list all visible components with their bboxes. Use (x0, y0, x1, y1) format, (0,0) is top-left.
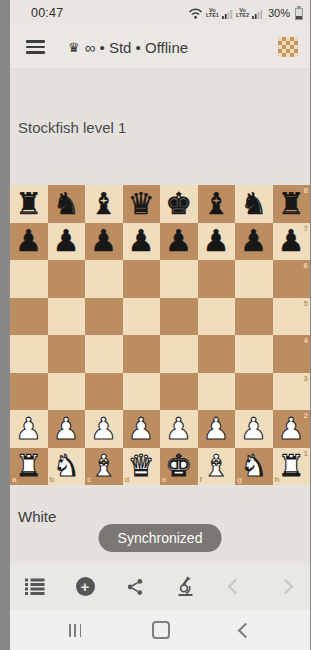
piece-white-rook[interactable]: ♜ (15, 451, 42, 481)
sim1-label: Vo LTE1 (206, 8, 219, 18)
piece-black-queen[interactable]: ♛ (128, 189, 155, 219)
square-d7[interactable]: ♟ (123, 223, 161, 261)
app-toolbar: ♛ ∞ • Std • Offline (10, 26, 310, 69)
piece-white-pawn[interactable]: ♟ (15, 414, 42, 444)
battery-icon (295, 6, 303, 21)
square-d6[interactable] (123, 260, 161, 298)
square-a1[interactable]: a♜ (10, 448, 48, 486)
game-mode-label: ∞ • Std • Offline (85, 39, 188, 56)
square-c4[interactable] (85, 335, 123, 373)
piece-white-bishop[interactable]: ♝ (203, 451, 230, 481)
file-label-h: h (275, 476, 280, 484)
square-g6[interactable] (235, 260, 273, 298)
phone-screen: 00:47 Vo LTE1 Vo LTE2 30% (10, 0, 310, 650)
square-a4[interactable] (10, 335, 48, 373)
square-f6[interactable] (198, 260, 236, 298)
square-f1[interactable]: f♝ (198, 448, 236, 486)
piece-black-pawn[interactable]: ♟ (278, 226, 305, 256)
back-move-button (210, 563, 260, 610)
square-a3[interactable] (10, 373, 48, 411)
rank-label-6: 6 (304, 262, 308, 270)
square-e2[interactable]: ♟ (160, 410, 198, 448)
square-f3[interactable] (198, 373, 236, 411)
analysis-button[interactable] (160, 563, 210, 610)
chess-board[interactable]: ♜♞♝♛♚♝♞8♜♟♟♟♟♟♟♟7♟6543♟♟♟♟♟♟♟2♟a♜b♞c♝d♛e… (10, 185, 310, 485)
piece-black-bishop[interactable]: ♝ (90, 189, 117, 219)
square-e1[interactable]: e♚ (160, 448, 198, 486)
piece-white-pawn[interactable]: ♟ (203, 414, 230, 444)
board-theme-icon[interactable] (278, 37, 298, 57)
back-chevron-icon (227, 579, 243, 595)
square-f4[interactable] (198, 335, 236, 373)
file-label-f: f (200, 476, 203, 484)
square-b1[interactable]: b♞ (48, 448, 86, 486)
square-g1[interactable]: g♞ (235, 448, 273, 486)
piece-white-queen[interactable]: ♛ (128, 451, 155, 481)
square-b7[interactable]: ♟ (48, 223, 86, 261)
square-c2[interactable]: ♟ (85, 410, 123, 448)
piece-black-bishop[interactable]: ♝ (203, 189, 230, 219)
square-f7[interactable]: ♟ (198, 223, 236, 261)
piece-white-pawn[interactable]: ♟ (53, 414, 80, 444)
square-e3[interactable] (160, 373, 198, 411)
square-b3[interactable] (48, 373, 86, 411)
piece-black-rook[interactable]: ♜ (15, 189, 42, 219)
square-d5[interactable] (123, 298, 161, 336)
game-action-bar: + (10, 563, 310, 610)
crown-icon: ♛ (68, 41, 80, 54)
square-b5[interactable] (48, 298, 86, 336)
square-d1[interactable]: d♛ (123, 448, 161, 486)
square-g2[interactable]: ♟ (235, 410, 273, 448)
square-c3[interactable] (85, 373, 123, 411)
piece-white-pawn[interactable]: ♟ (128, 414, 155, 444)
forward-move-button (260, 563, 310, 610)
file-label-b: b (50, 476, 55, 484)
square-g5[interactable] (235, 298, 273, 336)
square-d8[interactable]: ♛ (123, 185, 161, 223)
piece-black-knight[interactable]: ♞ (240, 189, 267, 219)
sim2-label: Vo LTE2 (236, 8, 249, 18)
piece-black-rook[interactable]: ♜ (278, 189, 305, 219)
square-h4[interactable]: 4 (273, 335, 311, 373)
square-h7[interactable]: 7♟ (273, 223, 311, 261)
plus-icon: + (76, 577, 95, 596)
piece-white-knight[interactable]: ♞ (53, 451, 80, 481)
piece-black-knight[interactable]: ♞ (53, 189, 80, 219)
wifi-icon (188, 7, 203, 19)
recents-icon[interactable] (69, 624, 81, 637)
square-h3[interactable]: 3 (273, 373, 311, 411)
file-label-g: g (237, 476, 242, 484)
square-g8[interactable]: ♞ (235, 185, 273, 223)
share-button[interactable] (110, 563, 160, 610)
square-a2[interactable]: ♟ (10, 410, 48, 448)
rank-label-5: 5 (304, 300, 308, 308)
piece-black-pawn[interactable]: ♟ (240, 226, 267, 256)
square-a8[interactable]: ♜ (10, 185, 48, 223)
game-info-title: ♛ ∞ • Std • Offline (68, 39, 188, 56)
piece-white-pawn[interactable]: ♟ (240, 414, 267, 444)
piece-white-pawn[interactable]: ♟ (278, 414, 305, 444)
sync-status-badge: Synchronized (99, 524, 222, 552)
rank-label-2: 2 (304, 412, 308, 420)
square-e7[interactable]: ♟ (160, 223, 198, 261)
piece-white-king[interactable]: ♚ (165, 451, 192, 481)
square-c5[interactable] (85, 298, 123, 336)
opponent-name: Stockfish level 1 (18, 119, 126, 136)
piece-white-pawn[interactable]: ♟ (165, 414, 192, 444)
square-g7[interactable]: ♟ (235, 223, 273, 261)
square-f5[interactable] (198, 298, 236, 336)
rank-label-1: 1 (304, 450, 308, 458)
piece-black-king[interactable]: ♚ (165, 189, 192, 219)
signal-bars-icon-2 (252, 8, 263, 19)
square-b6[interactable] (48, 260, 86, 298)
share-icon (126, 578, 144, 596)
piece-black-pawn[interactable]: ♟ (53, 226, 80, 256)
file-label-d: d (125, 476, 130, 484)
square-h2[interactable]: 2♟ (273, 410, 311, 448)
square-a5[interactable] (10, 298, 48, 336)
home-icon[interactable] (152, 621, 170, 639)
square-b4[interactable] (48, 335, 86, 373)
back-icon[interactable] (238, 622, 254, 638)
moves-list-button[interactable] (10, 563, 60, 610)
square-a7[interactable]: ♟ (10, 223, 48, 261)
piece-white-knight[interactable]: ♞ (240, 451, 267, 481)
piece-white-pawn[interactable]: ♟ (90, 414, 117, 444)
square-b8[interactable]: ♞ (48, 185, 86, 223)
file-label-e: e (162, 476, 166, 484)
piece-black-pawn[interactable]: ♟ (90, 226, 117, 256)
piece-black-pawn[interactable]: ♟ (128, 226, 155, 256)
square-e6[interactable] (160, 260, 198, 298)
square-c7[interactable]: ♟ (85, 223, 123, 261)
square-h1[interactable]: 1h♜ (273, 448, 311, 486)
microscope-icon (175, 576, 196, 597)
square-a6[interactable] (10, 260, 48, 298)
rank-label-3: 3 (304, 375, 308, 383)
status-bar: 00:47 Vo LTE1 Vo LTE2 30% (10, 0, 310, 26)
piece-white-bishop[interactable]: ♝ (90, 451, 117, 481)
square-c6[interactable] (85, 260, 123, 298)
square-h8[interactable]: 8♜ (273, 185, 311, 223)
piece-white-rook[interactable]: ♜ (278, 451, 305, 481)
player-name: White (18, 508, 56, 525)
square-d2[interactable]: ♟ (123, 410, 161, 448)
battery-percent: 30% (268, 7, 290, 19)
square-c1[interactable]: c♝ (85, 448, 123, 486)
piece-black-pawn[interactable]: ♟ (15, 226, 42, 256)
signal-bars-icon-1 (222, 8, 233, 19)
rank-label-7: 7 (304, 225, 308, 233)
square-e8[interactable]: ♚ (160, 185, 198, 223)
square-g4[interactable] (235, 335, 273, 373)
clock: 00:47 (31, 6, 63, 20)
moves-list-icon (25, 578, 45, 596)
menu-icon[interactable] (26, 40, 45, 54)
rank-label-8: 8 (304, 187, 308, 195)
square-e5[interactable] (160, 298, 198, 336)
square-f8[interactable]: ♝ (198, 185, 236, 223)
square-g3[interactable] (235, 373, 273, 411)
square-d4[interactable] (123, 335, 161, 373)
piece-black-pawn[interactable]: ♟ (165, 226, 192, 256)
square-h5[interactable]: 5 (273, 298, 311, 336)
new-game-button[interactable]: + (60, 563, 110, 610)
piece-black-pawn[interactable]: ♟ (203, 226, 230, 256)
square-e4[interactable] (160, 335, 198, 373)
square-f2[interactable]: ♟ (198, 410, 236, 448)
forward-chevron-icon (277, 579, 293, 595)
square-d3[interactable] (123, 373, 161, 411)
rank-label-4: 4 (304, 337, 308, 345)
square-b2[interactable]: ♟ (48, 410, 86, 448)
square-h6[interactable]: 6 (273, 260, 311, 298)
file-label-c: c (87, 476, 91, 484)
file-label-a: a (12, 476, 16, 484)
square-c8[interactable]: ♝ (85, 185, 123, 223)
android-nav-bar (10, 610, 310, 650)
